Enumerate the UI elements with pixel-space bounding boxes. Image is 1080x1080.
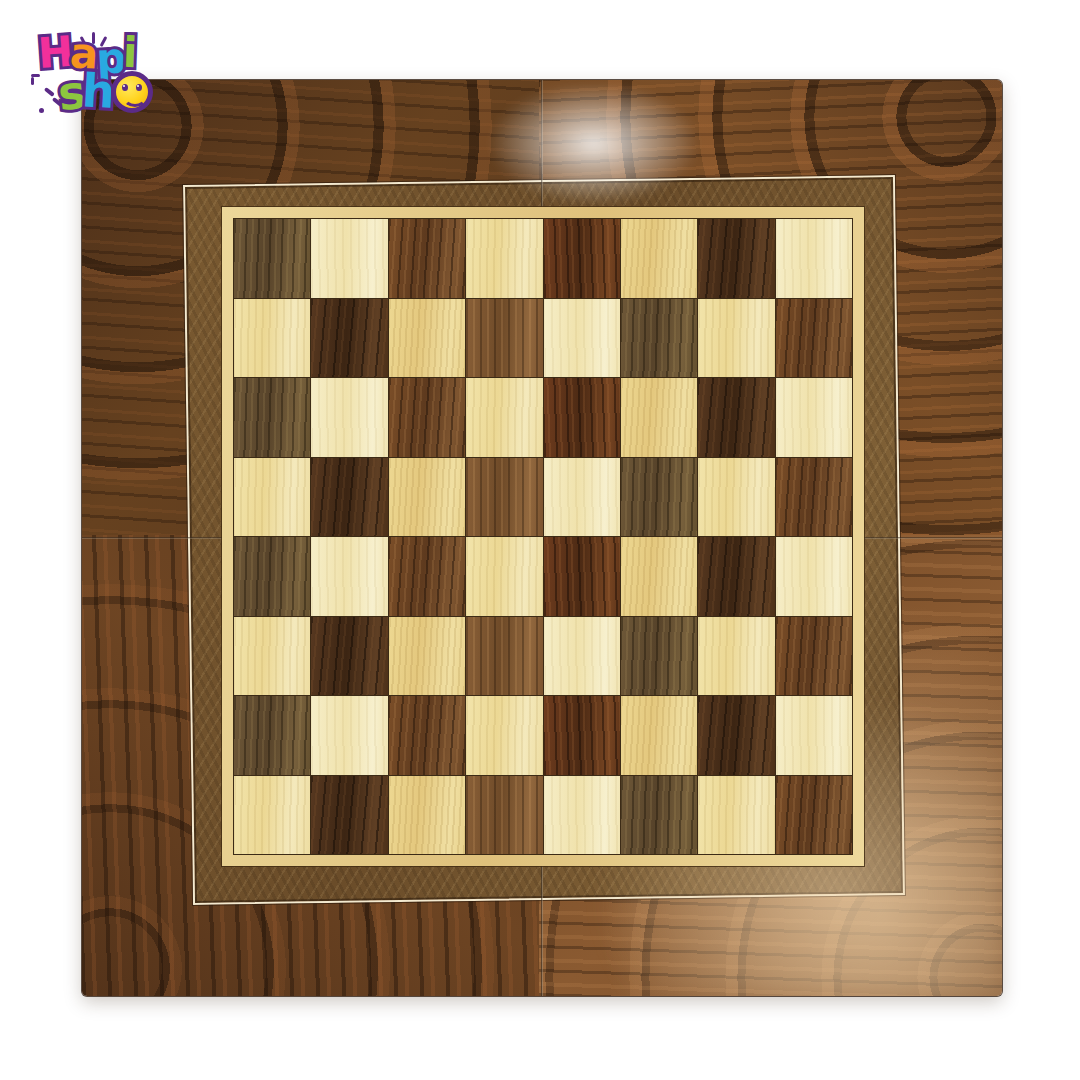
- square-d5: [466, 458, 542, 537]
- square-h7: [776, 299, 852, 378]
- square-b2: [311, 696, 387, 775]
- logo-text-sho: sh: [58, 68, 153, 114]
- square-b6: [311, 378, 387, 457]
- square-e7: [544, 299, 620, 378]
- square-e5: [544, 458, 620, 537]
- square-c7: [389, 299, 465, 378]
- square-g7: [698, 299, 774, 378]
- hapisho-logo: Hapi sh: [28, 16, 178, 126]
- square-g2: [698, 696, 774, 775]
- square-c6: [389, 378, 465, 457]
- square-a4: [234, 537, 310, 616]
- sparkle-icon: [31, 77, 34, 85]
- square-c3: [389, 617, 465, 696]
- playing-area-cream-border: [222, 207, 864, 866]
- square-f8: [621, 219, 697, 298]
- square-b1: [311, 776, 387, 855]
- square-e6: [544, 378, 620, 457]
- square-d3: [466, 617, 542, 696]
- logo-letter: h: [81, 67, 113, 114]
- square-f3: [621, 617, 697, 696]
- square-f1: [621, 776, 697, 855]
- square-h3: [776, 617, 852, 696]
- chess-board: [82, 80, 1002, 996]
- square-b4: [311, 537, 387, 616]
- square-d1: [466, 776, 542, 855]
- square-d6: [466, 378, 542, 457]
- square-e1: [544, 776, 620, 855]
- square-h4: [776, 537, 852, 616]
- square-h2: [776, 696, 852, 775]
- logo-letters-sh: sh: [58, 68, 112, 114]
- square-a7: [234, 299, 310, 378]
- square-a1: [234, 776, 310, 855]
- square-a5: [234, 458, 310, 537]
- square-c8: [389, 219, 465, 298]
- square-c1: [389, 776, 465, 855]
- square-g8: [698, 219, 774, 298]
- smiley-face-icon: [111, 71, 153, 113]
- square-b7: [311, 299, 387, 378]
- square-b8: [311, 219, 387, 298]
- square-d2: [466, 696, 542, 775]
- checkerboard-grid: [233, 218, 853, 855]
- square-g4: [698, 537, 774, 616]
- square-c5: [389, 458, 465, 537]
- square-h1: [776, 776, 852, 855]
- square-d8: [466, 219, 542, 298]
- square-d4: [466, 537, 542, 616]
- smiley-mouth: [123, 88, 147, 107]
- square-b3: [311, 617, 387, 696]
- square-a8: [234, 219, 310, 298]
- square-f6: [621, 378, 697, 457]
- square-e4: [544, 537, 620, 616]
- square-b5: [311, 458, 387, 537]
- square-a6: [234, 378, 310, 457]
- square-g3: [698, 617, 774, 696]
- square-a3: [234, 617, 310, 696]
- square-g5: [698, 458, 774, 537]
- square-f4: [621, 537, 697, 616]
- square-f5: [621, 458, 697, 537]
- square-h8: [776, 219, 852, 298]
- sparkle-icon: [44, 87, 55, 97]
- square-d7: [466, 299, 542, 378]
- square-e2: [544, 696, 620, 775]
- sparkle-icon: [39, 108, 44, 113]
- square-g1: [698, 776, 774, 855]
- square-g6: [698, 378, 774, 457]
- square-a2: [234, 696, 310, 775]
- product-photo: Hapi sh: [0, 0, 1080, 1080]
- square-c4: [389, 537, 465, 616]
- square-h6: [776, 378, 852, 457]
- square-f7: [621, 299, 697, 378]
- square-c2: [389, 696, 465, 775]
- square-f2: [621, 696, 697, 775]
- square-e8: [544, 219, 620, 298]
- square-e3: [544, 617, 620, 696]
- square-h5: [776, 458, 852, 537]
